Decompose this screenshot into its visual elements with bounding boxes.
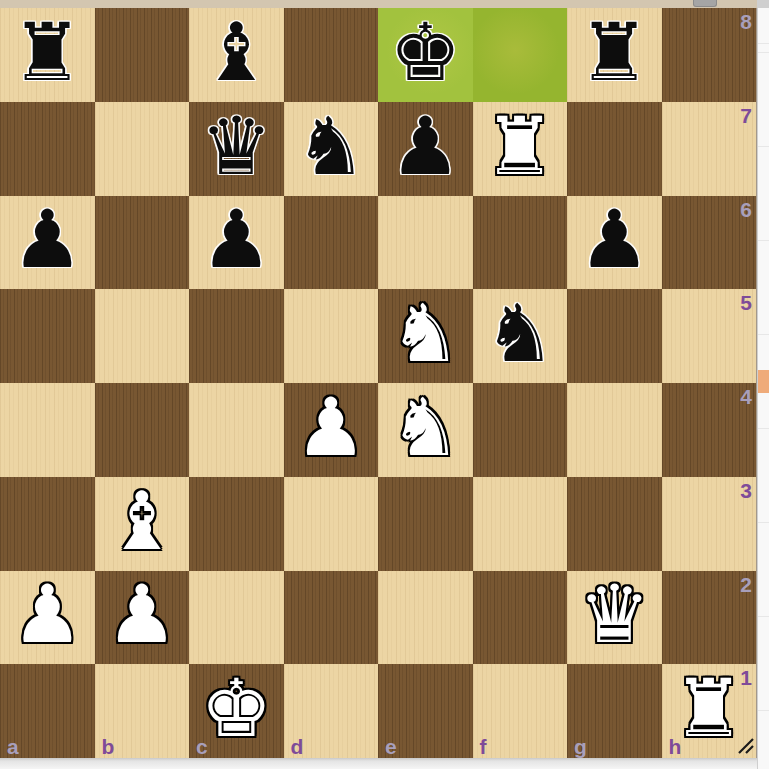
top-bar-right-segment [757, 0, 769, 8]
square-h6[interactable]: 6 [662, 196, 757, 290]
piece-black-knight[interactable]: ♞ [484, 294, 556, 374]
square-g7[interactable] [567, 102, 662, 196]
coord-rank-2: 2 [740, 574, 752, 595]
right-scroll-strip[interactable] [757, 8, 769, 769]
square-g8[interactable]: ♜ [567, 8, 662, 102]
square-e7[interactable]: ♟ [378, 102, 473, 196]
square-f3[interactable] [473, 477, 568, 571]
piece-black-pawn[interactable]: ♟ [11, 200, 83, 280]
square-c4[interactable] [189, 383, 284, 477]
board-resize-handle[interactable] [736, 736, 756, 756]
square-a6[interactable]: ♟ [0, 196, 95, 290]
square-e1[interactable]: e [378, 664, 473, 758]
square-g2[interactable]: ♛ [567, 571, 662, 665]
square-a2[interactable]: ♟ [0, 571, 95, 665]
piece-black-rook[interactable]: ♜ [11, 13, 83, 93]
square-c6[interactable]: ♟ [189, 196, 284, 290]
square-b4[interactable] [95, 383, 190, 477]
coord-file-f: f [480, 736, 487, 757]
piece-white-knight[interactable]: ♞ [389, 294, 461, 374]
square-h4[interactable]: 4 [662, 383, 757, 477]
chess-app-screen: ♜♝♚♜8♛♞♟♜7♟♟♟6♞♞5♟♞4♝3♟♟♛2ab♚cdefg♜1h [0, 0, 769, 769]
square-d4[interactable]: ♟ [284, 383, 379, 477]
square-b5[interactable] [95, 289, 190, 383]
square-a5[interactable] [0, 289, 95, 383]
square-a4[interactable] [0, 383, 95, 477]
piece-black-pawn[interactable]: ♟ [389, 107, 461, 187]
piece-white-pawn[interactable]: ♟ [11, 575, 83, 655]
square-d1[interactable]: d [284, 664, 379, 758]
piece-white-knight[interactable]: ♞ [389, 388, 461, 468]
coord-rank-7: 7 [740, 105, 752, 126]
square-c2[interactable] [189, 571, 284, 665]
square-c7[interactable]: ♛ [189, 102, 284, 196]
coord-file-b: b [102, 736, 115, 757]
piece-white-rook[interactable]: ♜ [673, 669, 745, 749]
square-f7[interactable]: ♜ [473, 102, 568, 196]
piece-white-queen[interactable]: ♛ [578, 575, 650, 655]
square-f2[interactable] [473, 571, 568, 665]
square-a1[interactable]: a [0, 664, 95, 758]
square-f5[interactable]: ♞ [473, 289, 568, 383]
square-f6[interactable] [473, 196, 568, 290]
piece-black-knight[interactable]: ♞ [295, 107, 367, 187]
square-d2[interactable] [284, 571, 379, 665]
square-h3[interactable]: 3 [662, 477, 757, 571]
square-f1[interactable]: f [473, 664, 568, 758]
square-g1[interactable]: g [567, 664, 662, 758]
top-tab-fragment [693, 0, 717, 7]
square-f8[interactable] [473, 8, 568, 102]
square-d5[interactable] [284, 289, 379, 383]
square-e8[interactable]: ♚ [378, 8, 473, 102]
piece-black-pawn[interactable]: ♟ [200, 200, 272, 280]
square-e3[interactable] [378, 477, 473, 571]
square-e6[interactable] [378, 196, 473, 290]
coord-file-e: e [385, 736, 397, 757]
square-b7[interactable] [95, 102, 190, 196]
coord-rank-5: 5 [740, 292, 752, 313]
square-b2[interactable]: ♟ [95, 571, 190, 665]
square-b1[interactable]: b [95, 664, 190, 758]
square-c8[interactable]: ♝ [189, 8, 284, 102]
scroll-position-marker [758, 370, 769, 393]
square-e2[interactable] [378, 571, 473, 665]
coord-rank-3: 3 [740, 480, 752, 501]
coord-file-d: d [291, 736, 304, 757]
square-c1[interactable]: ♚c [189, 664, 284, 758]
square-c5[interactable] [189, 289, 284, 383]
square-a3[interactable] [0, 477, 95, 571]
square-h8[interactable]: 8 [662, 8, 757, 102]
square-g3[interactable] [567, 477, 662, 571]
coord-rank-4: 4 [740, 386, 752, 407]
piece-white-rook[interactable]: ♜ [484, 107, 556, 187]
square-h2[interactable]: 2 [662, 571, 757, 665]
square-f4[interactable] [473, 383, 568, 477]
square-d7[interactable]: ♞ [284, 102, 379, 196]
square-g5[interactable] [567, 289, 662, 383]
square-h5[interactable]: 5 [662, 289, 757, 383]
piece-black-bishop[interactable]: ♝ [200, 13, 272, 93]
coord-rank-6: 6 [740, 199, 752, 220]
square-a8[interactable]: ♜ [0, 8, 95, 102]
piece-white-bishop[interactable]: ♝ [106, 482, 178, 562]
square-c3[interactable] [189, 477, 284, 571]
piece-black-queen[interactable]: ♛ [200, 107, 272, 187]
piece-black-pawn[interactable]: ♟ [578, 200, 650, 280]
piece-white-pawn[interactable]: ♟ [106, 575, 178, 655]
square-g4[interactable] [567, 383, 662, 477]
piece-black-rook[interactable]: ♜ [578, 13, 650, 93]
square-b3[interactable]: ♝ [95, 477, 190, 571]
piece-white-king[interactable]: ♚ [200, 669, 272, 749]
square-e5[interactable]: ♞ [378, 289, 473, 383]
square-d3[interactable] [284, 477, 379, 571]
chess-board[interactable]: ♜♝♚♜8♛♞♟♜7♟♟♟6♞♞5♟♞4♝3♟♟♛2ab♚cdefg♜1h [0, 8, 757, 758]
coord-file-g: g [574, 736, 587, 757]
square-b8[interactable] [95, 8, 190, 102]
piece-black-king[interactable]: ♚ [389, 13, 461, 93]
coord-rank-8: 8 [740, 11, 752, 32]
square-h7[interactable]: 7 [662, 102, 757, 196]
square-a7[interactable] [0, 102, 95, 196]
coord-file-a: a [7, 736, 19, 757]
piece-white-pawn[interactable]: ♟ [295, 388, 367, 468]
square-d6[interactable] [284, 196, 379, 290]
bottom-edge-shadow [0, 758, 757, 769]
square-g6[interactable]: ♟ [567, 196, 662, 290]
square-d8[interactable] [284, 8, 379, 102]
square-b6[interactable] [95, 196, 190, 290]
square-e4[interactable]: ♞ [378, 383, 473, 477]
